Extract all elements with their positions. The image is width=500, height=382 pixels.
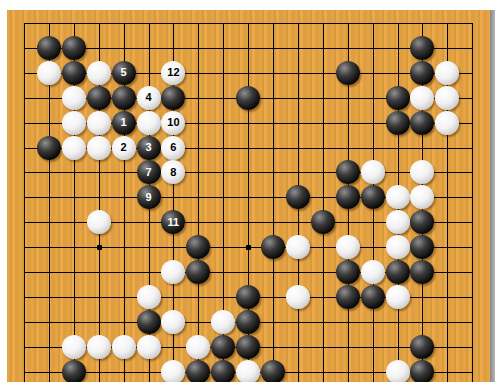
stone-black-c14r8[interactable]: [336, 185, 360, 209]
stone-black-c3r15[interactable]: [62, 360, 86, 382]
stone-white-c16r9[interactable]: [386, 210, 410, 234]
move-number-label: 4: [145, 92, 151, 103]
move-5-stone-black-c5r3[interactable]: 5: [112, 61, 136, 85]
stone-black-c9r15[interactable]: [211, 360, 235, 382]
move-number-label: 8: [170, 167, 176, 178]
stone-white-c3r14[interactable]: [62, 335, 86, 359]
move-4-stone-white-c6r4[interactable]: 4: [137, 86, 161, 110]
grid-line-vertical-19: [472, 23, 473, 382]
stone-black-c11r15[interactable]: [261, 360, 285, 382]
stone-black-c14r7[interactable]: [336, 160, 360, 184]
move-2-stone-white-c5r6[interactable]: 2: [112, 136, 136, 160]
move-number-label: 7: [145, 167, 151, 178]
stone-black-c17r14[interactable]: [410, 335, 434, 359]
stone-black-c14r3[interactable]: [336, 61, 360, 85]
stone-white-c17r4[interactable]: [410, 86, 434, 110]
stone-black-c14r11[interactable]: [336, 260, 360, 284]
move-number-label: 11: [168, 217, 180, 228]
grid-line-horizontal-7: [24, 172, 473, 173]
grid-line-vertical-1: [24, 23, 25, 382]
stone-black-c10r14[interactable]: [236, 335, 260, 359]
grid-line-vertical-8: [198, 23, 199, 382]
stone-white-c4r9[interactable]: [87, 210, 111, 234]
stone-white-c6r12[interactable]: [137, 285, 161, 309]
stone-white-c4r14[interactable]: [87, 335, 111, 359]
go-diagram-screenshot: 512411023678911: [0, 0, 500, 382]
stone-white-c15r11[interactable]: [361, 260, 385, 284]
stone-black-c10r12[interactable]: [236, 285, 260, 309]
move-number-label: 2: [121, 142, 127, 153]
stone-white-c18r3[interactable]: [435, 61, 459, 85]
stone-black-c17r15[interactable]: [410, 360, 434, 382]
move-number-label: 6: [170, 142, 176, 153]
stone-white-c3r4[interactable]: [62, 86, 86, 110]
move-10-stone-white-c7r5[interactable]: 10: [161, 111, 185, 135]
stone-white-c16r10[interactable]: [386, 235, 410, 259]
move-number-label: 9: [145, 192, 151, 203]
stone-white-c4r5[interactable]: [87, 111, 111, 135]
grid-line-vertical-11: [273, 23, 274, 382]
stone-white-c10r15[interactable]: [236, 360, 260, 382]
stone-white-c5r14[interactable]: [112, 335, 136, 359]
stone-black-c2r6[interactable]: [37, 136, 61, 160]
stone-black-c14r12[interactable]: [336, 285, 360, 309]
board-edge-shadow: [490, 10, 495, 382]
stone-white-c18r5[interactable]: [435, 111, 459, 135]
stone-black-c10r4[interactable]: [236, 86, 260, 110]
stone-black-c17r5[interactable]: [410, 111, 434, 135]
stone-black-c16r4[interactable]: [386, 86, 410, 110]
stone-black-c11r10[interactable]: [261, 235, 285, 259]
stone-white-c3r5[interactable]: [62, 111, 86, 135]
move-number-label: 1: [121, 117, 127, 128]
grid-line-horizontal-2: [24, 48, 473, 49]
stone-black-c13r9[interactable]: [311, 210, 335, 234]
stone-white-c8r14[interactable]: [186, 335, 210, 359]
stone-black-c3r3[interactable]: [62, 61, 86, 85]
star-point-10-10: [246, 245, 251, 250]
stone-white-c18r4[interactable]: [435, 86, 459, 110]
stone-black-c5r4[interactable]: [112, 86, 136, 110]
stone-white-c4r6[interactable]: [87, 136, 111, 160]
stone-white-c3r6[interactable]: [62, 136, 86, 160]
move-number-label: 3: [145, 142, 151, 153]
stone-black-c3r2[interactable]: [62, 36, 86, 60]
grid-line-vertical-13: [323, 23, 324, 382]
stone-black-c10r13[interactable]: [236, 310, 260, 334]
stone-black-c7r4[interactable]: [161, 86, 185, 110]
stone-white-c12r10[interactable]: [286, 235, 310, 259]
stone-white-c7r15[interactable]: [161, 360, 185, 382]
stone-white-c6r14[interactable]: [137, 335, 161, 359]
stone-black-c2r2[interactable]: [37, 36, 61, 60]
stone-black-c16r5[interactable]: [386, 111, 410, 135]
stone-black-c16r11[interactable]: [386, 260, 410, 284]
star-point-4-10: [97, 245, 102, 250]
stone-white-c16r8[interactable]: [386, 185, 410, 209]
move-6-stone-white-c7r6[interactable]: 6: [161, 136, 185, 160]
move-number-label: 10: [167, 117, 179, 128]
stone-white-c12r12[interactable]: [286, 285, 310, 309]
stone-black-c15r12[interactable]: [361, 285, 385, 309]
stone-black-c8r15[interactable]: [186, 360, 210, 382]
stone-black-c15r8[interactable]: [361, 185, 385, 209]
stone-white-c4r3[interactable]: [87, 61, 111, 85]
move-7-stone-black-c6r7[interactable]: 7: [137, 160, 161, 184]
stone-white-c15r7[interactable]: [361, 160, 385, 184]
move-number-label: 12: [167, 67, 179, 78]
stone-white-c16r15[interactable]: [386, 360, 410, 382]
move-number-label: 5: [121, 67, 127, 78]
stone-black-c6r13[interactable]: [137, 310, 161, 334]
grid-line-horizontal-1: [24, 23, 473, 24]
stone-white-c16r12[interactable]: [386, 285, 410, 309]
stone-black-c4r4[interactable]: [87, 86, 111, 110]
move-3-stone-black-c6r6[interactable]: 3: [137, 136, 161, 160]
move-9-stone-black-c6r8[interactable]: 9: [137, 185, 161, 209]
move-1-stone-black-c5r5[interactable]: 1: [112, 111, 136, 135]
stone-white-c9r13[interactable]: [211, 310, 235, 334]
stone-white-c6r5[interactable]: [137, 111, 161, 135]
stone-black-c9r14[interactable]: [211, 335, 235, 359]
stone-white-c2r3[interactable]: [37, 61, 61, 85]
stone-white-c14r10[interactable]: [336, 235, 360, 259]
